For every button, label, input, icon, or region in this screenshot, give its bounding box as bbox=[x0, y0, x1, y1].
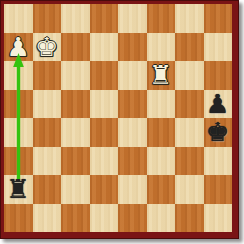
square-a8[interactable] bbox=[4, 4, 33, 33]
square-d6[interactable] bbox=[90, 61, 119, 90]
square-h8[interactable] bbox=[204, 4, 233, 33]
square-d8[interactable] bbox=[90, 4, 119, 33]
square-b2[interactable] bbox=[33, 175, 62, 204]
square-g5[interactable] bbox=[175, 90, 204, 119]
square-e6[interactable] bbox=[118, 61, 147, 90]
square-c7[interactable] bbox=[61, 33, 90, 62]
square-b5[interactable] bbox=[33, 90, 62, 119]
square-d7[interactable] bbox=[90, 33, 119, 62]
square-c5[interactable] bbox=[61, 90, 90, 119]
black-rook-a2[interactable]: ♜ bbox=[7, 175, 30, 203]
square-f2[interactable] bbox=[147, 175, 176, 204]
square-d5[interactable] bbox=[90, 90, 119, 119]
square-a2[interactable]: ♜ bbox=[4, 175, 33, 204]
square-d2[interactable] bbox=[90, 175, 119, 204]
square-g8[interactable] bbox=[175, 4, 204, 33]
square-a1[interactable] bbox=[4, 204, 33, 233]
square-h7[interactable] bbox=[204, 33, 233, 62]
white-rook-f6[interactable]: ♜ bbox=[149, 61, 172, 89]
square-c1[interactable] bbox=[61, 204, 90, 233]
square-b6[interactable] bbox=[33, 61, 62, 90]
square-g3[interactable] bbox=[175, 147, 204, 176]
square-e5[interactable] bbox=[118, 90, 147, 119]
square-h5[interactable]: ♟ bbox=[204, 90, 233, 119]
square-e7[interactable] bbox=[118, 33, 147, 62]
square-f7[interactable] bbox=[147, 33, 176, 62]
black-king-h4[interactable]: ♚ bbox=[206, 118, 229, 146]
chess-board[interactable]: ♟♚♜♟♚♜ bbox=[0, 0, 239, 239]
square-a4[interactable] bbox=[4, 118, 33, 147]
square-c3[interactable] bbox=[61, 147, 90, 176]
square-c4[interactable] bbox=[61, 118, 90, 147]
square-c6[interactable] bbox=[61, 61, 90, 90]
square-d4[interactable] bbox=[90, 118, 119, 147]
square-f3[interactable] bbox=[147, 147, 176, 176]
square-f5[interactable] bbox=[147, 90, 176, 119]
square-d3[interactable] bbox=[90, 147, 119, 176]
white-pawn-a7[interactable]: ♟ bbox=[7, 33, 30, 61]
square-e4[interactable] bbox=[118, 118, 147, 147]
square-c2[interactable] bbox=[61, 175, 90, 204]
square-f1[interactable] bbox=[147, 204, 176, 233]
square-e2[interactable] bbox=[118, 175, 147, 204]
square-a7[interactable]: ♟ bbox=[4, 33, 33, 62]
square-f8[interactable] bbox=[147, 4, 176, 33]
square-h4[interactable]: ♚ bbox=[204, 118, 233, 147]
square-a3[interactable] bbox=[4, 147, 33, 176]
square-h2[interactable] bbox=[204, 175, 233, 204]
square-e1[interactable] bbox=[118, 204, 147, 233]
square-h6[interactable] bbox=[204, 61, 233, 90]
square-h1[interactable] bbox=[204, 204, 233, 233]
chess-app-window: ♟♚♜♟♚♜ bbox=[0, 0, 244, 244]
square-d1[interactable] bbox=[90, 204, 119, 233]
square-f6[interactable]: ♜ bbox=[147, 61, 176, 90]
square-h3[interactable] bbox=[204, 147, 233, 176]
square-g4[interactable] bbox=[175, 118, 204, 147]
square-b3[interactable] bbox=[33, 147, 62, 176]
square-b7[interactable]: ♚ bbox=[33, 33, 62, 62]
square-f4[interactable] bbox=[147, 118, 176, 147]
square-g2[interactable] bbox=[175, 175, 204, 204]
white-king-b7[interactable]: ♚ bbox=[35, 33, 58, 61]
square-b8[interactable] bbox=[33, 4, 62, 33]
chess-board-squares: ♟♚♜♟♚♜ bbox=[4, 4, 232, 232]
square-g1[interactable] bbox=[175, 204, 204, 233]
square-g7[interactable] bbox=[175, 33, 204, 62]
black-pawn-h5[interactable]: ♟ bbox=[206, 90, 229, 118]
square-b1[interactable] bbox=[33, 204, 62, 233]
square-e3[interactable] bbox=[118, 147, 147, 176]
square-c8[interactable] bbox=[61, 4, 90, 33]
square-a5[interactable] bbox=[4, 90, 33, 119]
square-a6[interactable] bbox=[4, 61, 33, 90]
square-g6[interactable] bbox=[175, 61, 204, 90]
square-e8[interactable] bbox=[118, 4, 147, 33]
square-b4[interactable] bbox=[33, 118, 62, 147]
